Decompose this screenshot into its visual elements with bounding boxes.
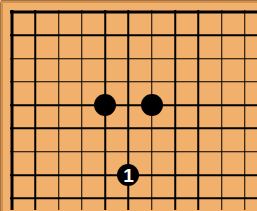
black-stone <box>141 94 163 116</box>
board-point <box>117 24 140 47</box>
board-point <box>233 163 256 186</box>
board-point <box>94 47 117 70</box>
board-point <box>70 47 93 70</box>
board-point <box>140 47 163 70</box>
board-point <box>140 163 163 186</box>
board-point <box>47 0 70 23</box>
board-point <box>47 24 70 47</box>
board-point <box>117 94 140 117</box>
board-point <box>140 187 163 210</box>
board-point <box>140 94 163 117</box>
board-point <box>0 24 23 47</box>
board-point <box>210 117 233 140</box>
board-point <box>24 94 47 117</box>
board-point <box>47 140 70 163</box>
board-point <box>187 117 210 140</box>
board-point <box>233 0 256 23</box>
board-point <box>210 70 233 93</box>
board-point <box>94 70 117 93</box>
board-point <box>47 187 70 210</box>
board-point <box>140 117 163 140</box>
board-point <box>117 47 140 70</box>
board-point <box>187 140 210 163</box>
board-grid: 1 <box>0 0 256 210</box>
board-point <box>0 163 23 186</box>
board-point <box>70 187 93 210</box>
board-point <box>94 0 117 23</box>
board-point <box>70 163 93 186</box>
go-board-diagram: 1 <box>0 0 257 211</box>
board-point <box>210 47 233 70</box>
board-frame-corner-highlight <box>0 0 1 1</box>
board-frame-left-inner <box>1 0 3 211</box>
board-point <box>163 163 186 186</box>
board-point <box>47 94 70 117</box>
board-point <box>47 70 70 93</box>
board-point <box>24 163 47 186</box>
board-point <box>24 117 47 140</box>
board-point <box>187 94 210 117</box>
board-point <box>233 47 256 70</box>
board-point <box>163 0 186 23</box>
board-point <box>140 140 163 163</box>
board-point <box>163 117 186 140</box>
board-point <box>233 187 256 210</box>
board-point <box>0 47 23 70</box>
board-point <box>70 94 93 117</box>
board-point <box>233 94 256 117</box>
board-point <box>0 0 23 23</box>
board-point <box>24 0 47 23</box>
board-point <box>24 47 47 70</box>
board-point <box>94 117 117 140</box>
board-point <box>210 0 233 23</box>
board-point <box>163 24 186 47</box>
board-point <box>117 70 140 93</box>
board-point <box>163 47 186 70</box>
board-point <box>70 24 93 47</box>
board-point <box>117 117 140 140</box>
board-point <box>140 0 163 23</box>
move-number-label: 1 <box>123 166 134 185</box>
board-point <box>210 24 233 47</box>
board-point <box>187 187 210 210</box>
board-point <box>233 24 256 47</box>
board-point <box>117 187 140 210</box>
board-point <box>94 187 117 210</box>
board-point <box>24 24 47 47</box>
board-point <box>210 187 233 210</box>
black-stone <box>94 94 116 116</box>
board-point <box>187 24 210 47</box>
board-point <box>70 70 93 93</box>
board-frame-top-inner <box>0 1 257 3</box>
board-point <box>210 140 233 163</box>
black-stone-move-1: 1 <box>117 164 139 186</box>
board-point <box>70 0 93 23</box>
board-point <box>140 70 163 93</box>
board-point <box>233 140 256 163</box>
board-point <box>187 70 210 93</box>
board-point <box>47 117 70 140</box>
board-point <box>140 24 163 47</box>
board-point <box>70 117 93 140</box>
board-point <box>210 94 233 117</box>
board-point <box>187 163 210 186</box>
board-point <box>163 187 186 210</box>
board-point <box>233 117 256 140</box>
board-point <box>210 163 233 186</box>
board-point <box>0 117 23 140</box>
board-point <box>94 24 117 47</box>
board-point <box>187 47 210 70</box>
board-point <box>163 140 186 163</box>
board-point <box>47 163 70 186</box>
board-point <box>0 94 23 117</box>
board-point <box>0 70 23 93</box>
board-point <box>24 140 47 163</box>
board-point <box>70 140 93 163</box>
board-point <box>0 187 23 210</box>
board-point <box>24 70 47 93</box>
board-point <box>117 0 140 23</box>
board-point: 1 <box>117 163 140 186</box>
board-point <box>0 140 23 163</box>
board-point <box>94 140 117 163</box>
board-point <box>117 140 140 163</box>
board-point <box>94 94 117 117</box>
board-point <box>233 70 256 93</box>
board-point <box>163 94 186 117</box>
board-point <box>47 47 70 70</box>
board-point <box>94 163 117 186</box>
board-point <box>187 0 210 23</box>
board-point <box>24 187 47 210</box>
board-point <box>163 70 186 93</box>
